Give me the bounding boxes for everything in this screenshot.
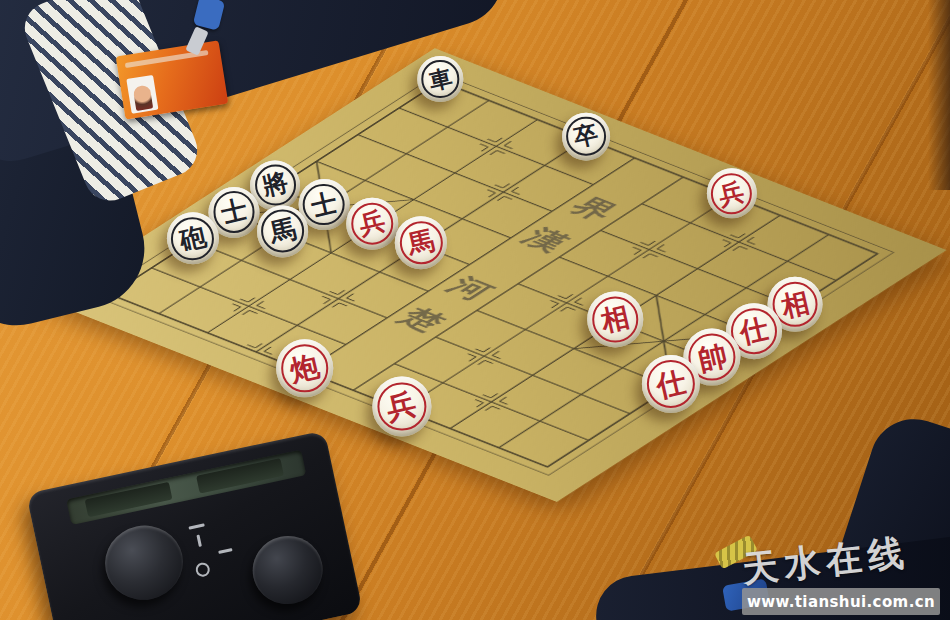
piece-glyph: 馬 xyxy=(267,216,298,247)
table-edge-shadow xyxy=(928,0,950,190)
piece-engraved-ring: 士 xyxy=(213,191,255,233)
piece-glyph: 砲 xyxy=(177,223,208,254)
piece-glyph: 帥 xyxy=(695,340,729,374)
clock-button-left[interactable] xyxy=(98,518,190,607)
piece-glyph: 仕 xyxy=(737,314,771,348)
piece-engraved-ring: 兵 xyxy=(377,382,426,431)
piece-glyph: 馬 xyxy=(405,227,436,258)
watermark-url: www.tianshui.com.cn xyxy=(747,593,935,611)
clock-lcd-left xyxy=(85,482,173,517)
watermark-url-bar: www.tianshui.com.cn xyxy=(742,588,940,615)
piece-red-soldier[interactable]: 兵 xyxy=(372,377,431,436)
piece-glyph: 相 xyxy=(778,288,811,321)
piece-red-advisor[interactable]: 仕 xyxy=(642,355,700,413)
piece-glyph: 士 xyxy=(219,197,250,228)
clock-marking xyxy=(218,548,232,554)
clock-lcd-right xyxy=(196,458,284,493)
piece-black-soldier[interactable]: 卒 xyxy=(562,112,610,160)
clock-marking xyxy=(189,523,205,529)
piece-engraved-ring: 炮 xyxy=(281,345,328,392)
photo-stage: 楚 河 漢 界 砲士將車馬士卒兵馬炮兵兵相仕帥仕相 天水在线 xyxy=(0,0,950,620)
piece-glyph: 炮 xyxy=(287,351,322,386)
piece-glyph: 兵 xyxy=(717,179,747,209)
piece-engraved-ring: 將 xyxy=(255,165,296,206)
piece-engraved-ring: 馬 xyxy=(400,221,443,264)
piece-glyph: 卒 xyxy=(572,122,601,151)
piece-engraved-ring: 仕 xyxy=(647,360,695,408)
badge-photo xyxy=(126,75,158,114)
watermark-site-name: 天水在线 xyxy=(740,524,950,594)
watermark: 天水在线 www.tianshui.com.cn xyxy=(742,535,948,615)
piece-black-cannon[interactable]: 砲 xyxy=(167,213,219,265)
piece-engraved-ring: 車 xyxy=(422,60,459,97)
piece-glyph: 兵 xyxy=(357,208,388,239)
clock-button-right[interactable] xyxy=(246,529,329,610)
piece-engraved-ring: 兵 xyxy=(351,203,393,245)
piece-black-horse[interactable]: 馬 xyxy=(257,205,309,257)
piece-engraved-ring: 卒 xyxy=(566,117,605,156)
piece-engraved-ring: 馬 xyxy=(261,210,304,253)
piece-glyph: 將 xyxy=(260,170,290,200)
piece-engraved-ring: 砲 xyxy=(171,217,214,260)
clock-marking xyxy=(196,535,201,547)
piece-red-elephant[interactable]: 相 xyxy=(587,291,643,347)
clock-set-button[interactable] xyxy=(194,561,211,578)
piece-engraved-ring: 兵 xyxy=(711,173,752,214)
piece-glyph: 兵 xyxy=(384,389,419,424)
piece-engraved-ring: 士 xyxy=(303,184,345,226)
piece-glyph: 車 xyxy=(427,65,454,92)
badge-portrait xyxy=(133,85,154,111)
piece-glyph: 士 xyxy=(309,189,339,219)
piece-engraved-ring: 相 xyxy=(592,296,638,342)
piece-red-cannon[interactable]: 炮 xyxy=(276,340,334,398)
piece-glyph: 相 xyxy=(599,303,632,336)
piece-red-soldier[interactable]: 兵 xyxy=(347,198,399,250)
piece-glyph: 仕 xyxy=(654,367,689,402)
